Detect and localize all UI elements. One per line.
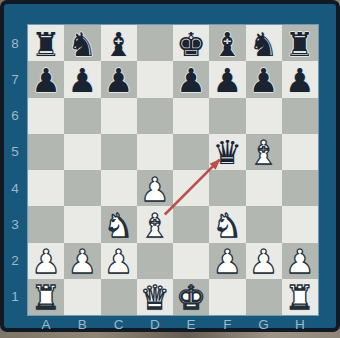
piece-white-knight-c3[interactable]: ♞ xyxy=(104,207,134,242)
piece-black-pawn-g7[interactable]: ♟ xyxy=(249,62,279,97)
square-b8[interactable]: ♞ xyxy=(64,25,100,61)
square-b2[interactable]: ♟ xyxy=(64,243,100,279)
square-c5[interactable] xyxy=(101,134,137,170)
square-c4[interactable] xyxy=(101,170,137,206)
rank-label-8: 8 xyxy=(4,25,26,61)
square-d2[interactable] xyxy=(137,243,173,279)
square-h8[interactable]: ♜ xyxy=(282,25,318,61)
file-label-f: F xyxy=(209,315,245,334)
square-f2[interactable]: ♟ xyxy=(209,243,245,279)
piece-black-bishop-f8[interactable]: ♝ xyxy=(213,26,243,61)
file-label-e: E xyxy=(173,315,209,334)
square-e4[interactable] xyxy=(173,170,209,206)
square-h6[interactable] xyxy=(282,98,318,134)
square-a1[interactable]: ♜ xyxy=(28,279,64,315)
rank-label-5: 5 xyxy=(4,134,26,170)
square-g3[interactable] xyxy=(246,206,282,242)
square-a7[interactable]: ♟ xyxy=(28,61,64,97)
file-label-c: C xyxy=(101,315,137,334)
piece-white-pawn-d4[interactable]: ♟ xyxy=(140,171,170,206)
piece-white-pawn-h2[interactable]: ♟ xyxy=(285,243,315,278)
square-f4[interactable] xyxy=(209,170,245,206)
rank-labels: 87654321 xyxy=(4,25,26,315)
square-d5[interactable] xyxy=(137,134,173,170)
rank-label-2: 2 xyxy=(4,243,26,279)
piece-black-pawn-b7[interactable]: ♟ xyxy=(68,62,98,97)
square-e3[interactable] xyxy=(173,206,209,242)
square-c1[interactable] xyxy=(101,279,137,315)
square-h3[interactable] xyxy=(282,206,318,242)
piece-black-king-e8[interactable]: ♚ xyxy=(176,26,206,61)
piece-black-bishop-c8[interactable]: ♝ xyxy=(104,26,134,61)
piece-white-pawn-f2[interactable]: ♟ xyxy=(213,243,243,278)
rank-label-1: 1 xyxy=(4,279,26,315)
piece-black-queen-f5[interactable]: ♛ xyxy=(213,134,243,169)
square-h4[interactable] xyxy=(282,170,318,206)
file-label-d: D xyxy=(137,315,173,334)
square-g4[interactable] xyxy=(246,170,282,206)
rank-label-6: 6 xyxy=(4,98,26,134)
piece-white-king-e1[interactable]: ♚ xyxy=(176,279,206,314)
piece-black-knight-b8[interactable]: ♞ xyxy=(68,26,98,61)
piece-black-rook-a8[interactable]: ♜ xyxy=(31,26,61,61)
square-e8[interactable]: ♚ xyxy=(173,25,209,61)
piece-black-pawn-c7[interactable]: ♟ xyxy=(104,62,134,97)
piece-white-knight-f3[interactable]: ♞ xyxy=(213,207,243,242)
square-f5[interactable]: ♛ xyxy=(209,134,245,170)
square-d3[interactable]: ♝ xyxy=(137,206,173,242)
square-f3[interactable]: ♞ xyxy=(209,206,245,242)
square-f6[interactable] xyxy=(209,98,245,134)
piece-black-rook-h8[interactable]: ♜ xyxy=(285,26,315,61)
square-b6[interactable] xyxy=(64,98,100,134)
square-f7[interactable]: ♟ xyxy=(209,61,245,97)
square-d6[interactable] xyxy=(137,98,173,134)
square-g5[interactable]: ♝ xyxy=(246,134,282,170)
piece-white-pawn-a2[interactable]: ♟ xyxy=(31,243,61,278)
square-e5[interactable] xyxy=(173,134,209,170)
rank-label-7: 7 xyxy=(4,61,26,97)
square-f1[interactable] xyxy=(209,279,245,315)
piece-white-queen-d1[interactable]: ♛ xyxy=(140,279,170,314)
piece-white-bishop-g5[interactable]: ♝ xyxy=(249,134,279,169)
square-a2[interactable]: ♟ xyxy=(28,243,64,279)
piece-black-pawn-f7[interactable]: ♟ xyxy=(213,62,243,97)
rank-label-3: 3 xyxy=(4,206,26,242)
square-d1[interactable]: ♛ xyxy=(137,279,173,315)
piece-black-pawn-e7[interactable]: ♟ xyxy=(176,62,206,97)
file-label-b: B xyxy=(64,315,100,334)
piece-white-bishop-d3[interactable]: ♝ xyxy=(140,207,170,242)
piece-white-rook-h1[interactable]: ♜ xyxy=(285,279,315,314)
chess-board[interactable]: ♜♞♝♚♝♞♜♟♟♟♟♟♟♟♛♝♟♞♝♞♟♟♟♟♟♟♜♛♚♜ xyxy=(28,25,318,315)
square-a8[interactable]: ♜ xyxy=(28,25,64,61)
square-g8[interactable]: ♞ xyxy=(246,25,282,61)
file-label-h: H xyxy=(282,315,318,334)
square-h1[interactable]: ♜ xyxy=(282,279,318,315)
square-a6[interactable] xyxy=(28,98,64,134)
square-e6[interactable] xyxy=(173,98,209,134)
square-d8[interactable] xyxy=(137,25,173,61)
square-g1[interactable] xyxy=(246,279,282,315)
piece-white-pawn-c2[interactable]: ♟ xyxy=(104,243,134,278)
square-c2[interactable]: ♟ xyxy=(101,243,137,279)
square-e2[interactable] xyxy=(173,243,209,279)
square-g7[interactable]: ♟ xyxy=(246,61,282,97)
square-c6[interactable] xyxy=(101,98,137,134)
square-b5[interactable] xyxy=(64,134,100,170)
piece-black-knight-g8[interactable]: ♞ xyxy=(249,26,279,61)
square-e7[interactable]: ♟ xyxy=(173,61,209,97)
square-h7[interactable]: ♟ xyxy=(282,61,318,97)
desk-background: 87654321 ♜♞♝♚♝♞♜♟♟♟♟♟♟♟♛♝♟♞♝♞♟♟♟♟♟♟♜♛♚♜ … xyxy=(0,0,340,338)
square-g6[interactable] xyxy=(246,98,282,134)
rank-label-4: 4 xyxy=(4,170,26,206)
piece-black-pawn-a7[interactable]: ♟ xyxy=(31,62,61,97)
square-b7[interactable]: ♟ xyxy=(64,61,100,97)
square-h2[interactable]: ♟ xyxy=(282,243,318,279)
piece-white-pawn-g2[interactable]: ♟ xyxy=(249,243,279,278)
square-h5[interactable] xyxy=(282,134,318,170)
square-b3[interactable] xyxy=(64,206,100,242)
square-f8[interactable]: ♝ xyxy=(209,25,245,61)
file-label-g: G xyxy=(246,315,282,334)
board-frame: 87654321 ♜♞♝♚♝♞♜♟♟♟♟♟♟♟♛♝♟♞♝♞♟♟♟♟♟♟♜♛♚♜ … xyxy=(0,0,340,332)
square-c8[interactable]: ♝ xyxy=(101,25,137,61)
square-b1[interactable] xyxy=(64,279,100,315)
square-g2[interactable]: ♟ xyxy=(246,243,282,279)
square-a3[interactable] xyxy=(28,206,64,242)
square-b4[interactable] xyxy=(64,170,100,206)
file-label-a: A xyxy=(28,315,64,334)
piece-black-pawn-h7[interactable]: ♟ xyxy=(285,62,315,97)
square-d4[interactable]: ♟ xyxy=(137,170,173,206)
piece-white-rook-a1[interactable]: ♜ xyxy=(31,279,61,314)
square-c3[interactable]: ♞ xyxy=(101,206,137,242)
square-a4[interactable] xyxy=(28,170,64,206)
square-e1[interactable]: ♚ xyxy=(173,279,209,315)
piece-white-pawn-b2[interactable]: ♟ xyxy=(68,243,98,278)
square-d7[interactable] xyxy=(137,61,173,97)
square-c7[interactable]: ♟ xyxy=(101,61,137,97)
square-a5[interactable] xyxy=(28,134,64,170)
file-labels: ABCDEFGH xyxy=(28,315,318,334)
